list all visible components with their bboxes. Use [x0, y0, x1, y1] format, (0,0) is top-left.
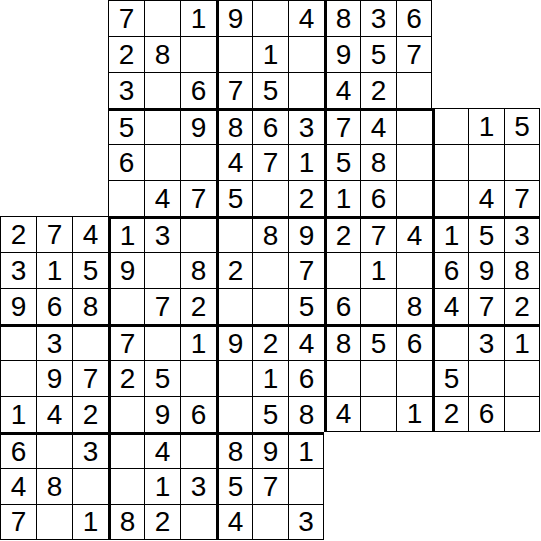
cell-r2-c10[interactable]: 9 [324, 36, 360, 72]
cell-r15-c9[interactable]: 3 [288, 504, 324, 540]
outside-area [468, 504, 504, 540]
cell-r1-c8[interactable] [252, 0, 288, 36]
cell-r5-c10[interactable]: 5 [324, 144, 360, 180]
cell-r13-c1[interactable]: 6 [0, 432, 36, 468]
cell-r4-c5[interactable] [144, 108, 180, 144]
given-digit: 1 [298, 438, 314, 466]
cell-r15-c4[interactable]: 8 [108, 504, 144, 540]
cell-r10-c13[interactable] [432, 324, 468, 360]
cell-r9-c4[interactable] [108, 288, 144, 324]
cell-r8-c12[interactable] [396, 252, 432, 288]
cell-r9-c13[interactable]: 4 [432, 288, 468, 324]
cell-r7-c13[interactable]: 1 [432, 216, 468, 252]
cell-r7-c10[interactable]: 2 [324, 216, 360, 252]
cell-r12-c12[interactable]: 1 [396, 396, 432, 432]
given-digit: 1 [120, 222, 136, 250]
cell-r12-c15[interactable] [504, 396, 540, 432]
given-digit: 5 [228, 185, 244, 213]
outside-area [432, 36, 468, 72]
given-digit: 9 [11, 293, 27, 321]
cell-r9-c15[interactable]: 2 [504, 288, 540, 324]
cell-r11-c10[interactable] [324, 360, 360, 396]
cell-r6-c11[interactable]: 6 [360, 180, 396, 216]
given-digit: 7 [47, 221, 63, 249]
given-digit: 8 [263, 222, 279, 250]
cell-r9-c8[interactable] [252, 288, 288, 324]
cell-r4-c14[interactable]: 1 [468, 108, 504, 144]
given-digit: 9 [228, 330, 244, 358]
given-digit: 7 [263, 149, 279, 177]
cell-r6-c15[interactable]: 7 [504, 180, 540, 216]
cell-r7-c4[interactable]: 1 [108, 216, 144, 252]
cell-r2-c8[interactable]: 1 [252, 36, 288, 72]
cell-r12-c1[interactable]: 1 [0, 396, 36, 432]
cell-r14-c2[interactable]: 8 [36, 468, 72, 504]
cell-r12-c13[interactable]: 2 [432, 396, 468, 432]
cell-r5-c9[interactable]: 1 [288, 144, 324, 180]
cell-r3-c9[interactable] [288, 72, 324, 108]
given-digit: 4 [228, 508, 244, 536]
given-digit: 4 [444, 293, 460, 321]
given-digit: 5 [371, 41, 387, 69]
cell-r8-c2[interactable]: 1 [36, 252, 72, 288]
cell-r14-c5[interactable]: 1 [144, 468, 180, 504]
cell-r8-c7[interactable]: 2 [216, 252, 252, 288]
cell-r12-c6[interactable]: 6 [180, 396, 216, 432]
given-digit: 1 [299, 149, 315, 177]
outside-area [0, 108, 36, 144]
cell-r1-c7[interactable]: 9 [216, 0, 252, 36]
given-digit: 2 [299, 185, 315, 213]
cell-r7-c15[interactable]: 3 [504, 216, 540, 252]
cell-r10-c9[interactable]: 4 [288, 324, 324, 360]
cell-r8-c8[interactable] [252, 252, 288, 288]
cell-r4-c11[interactable]: 4 [360, 108, 396, 144]
cell-r10-c15[interactable]: 1 [504, 324, 540, 360]
given-digit: 8 [407, 293, 423, 321]
cell-r1-c10[interactable]: 8 [324, 0, 360, 36]
outside-area [396, 432, 432, 468]
cell-r9-c6[interactable]: 2 [180, 288, 216, 324]
cell-r7-c8[interactable]: 8 [252, 216, 288, 252]
cell-r11-c11[interactable] [360, 360, 396, 396]
cell-r6-c12[interactable] [396, 180, 432, 216]
cell-r15-c5[interactable]: 2 [144, 504, 180, 540]
cell-r12-c5[interactable]: 9 [144, 396, 180, 432]
given-digit: 4 [47, 401, 63, 429]
cell-r11-c4[interactable]: 2 [108, 360, 144, 396]
cell-r3-c5[interactable] [144, 72, 180, 108]
outside-area [504, 72, 540, 108]
cell-r8-c15[interactable]: 8 [504, 252, 540, 288]
cell-r14-c8[interactable]: 7 [252, 468, 288, 504]
cell-r13-c2[interactable] [36, 432, 72, 468]
given-digit: 8 [336, 5, 352, 33]
given-digit: 7 [119, 5, 135, 33]
given-digit: 7 [120, 330, 136, 358]
given-digit: 4 [299, 330, 315, 358]
cell-r8-c14[interactable]: 9 [468, 252, 504, 288]
given-digit: 6 [406, 5, 422, 33]
given-digit: 1 [263, 365, 279, 393]
given-digit: 3 [298, 508, 314, 536]
given-digit: 8 [228, 114, 244, 142]
cell-r10-c1[interactable] [0, 324, 36, 360]
cell-r4-c6[interactable]: 9 [180, 108, 216, 144]
cell-r10-c6[interactable]: 1 [180, 324, 216, 360]
outside-area [468, 432, 504, 468]
cell-r7-c3[interactable]: 4 [72, 216, 108, 252]
given-digit: 4 [155, 185, 171, 213]
cell-r10-c5[interactable] [144, 324, 180, 360]
cell-r11-c15[interactable] [504, 360, 540, 396]
given-digit: 6 [444, 257, 460, 285]
outside-area [360, 432, 396, 468]
given-digit: 2 [514, 293, 530, 321]
cell-r5-c5[interactable] [144, 144, 180, 180]
outside-area [504, 36, 540, 72]
given-digit: 6 [263, 114, 279, 142]
cell-r4-c9[interactable]: 3 [288, 108, 324, 144]
cell-r3-c6[interactable]: 6 [180, 72, 216, 108]
cell-r1-c4[interactable]: 7 [108, 0, 144, 36]
cell-r3-c7[interactable]: 7 [216, 72, 252, 108]
cell-r12-c3[interactable]: 2 [72, 396, 108, 432]
outside-area [432, 504, 468, 540]
cell-r13-c7[interactable]: 8 [216, 432, 252, 468]
outside-area [0, 144, 36, 180]
cell-r2-c9[interactable] [288, 36, 324, 72]
cell-r4-c15[interactable]: 5 [504, 108, 540, 144]
cell-r8-c4[interactable]: 9 [108, 252, 144, 288]
cell-r14-c7[interactable]: 5 [216, 468, 252, 504]
cell-r2-c4[interactable]: 2 [108, 36, 144, 72]
cell-r10-c4[interactable]: 7 [108, 324, 144, 360]
outside-area [0, 180, 36, 216]
cell-r8-c11[interactable]: 1 [360, 252, 396, 288]
cell-r4-c10[interactable]: 7 [324, 108, 360, 144]
outside-area [396, 468, 432, 504]
given-digit: 1 [263, 41, 279, 69]
cell-r11-c2[interactable]: 9 [36, 360, 72, 396]
cell-r1-c12[interactable]: 6 [396, 0, 432, 36]
cell-r4-c12[interactable] [396, 108, 432, 144]
cell-r4-c13[interactable] [432, 108, 468, 144]
outside-area [468, 0, 504, 36]
cell-r13-c4[interactable] [108, 432, 144, 468]
cell-r12-c9[interactable]: 8 [288, 396, 324, 432]
cell-r6-c6[interactable]: 7 [180, 180, 216, 216]
cell-r15-c3[interactable]: 1 [72, 504, 108, 540]
given-digit: 3 [479, 330, 495, 358]
outside-area [504, 468, 540, 504]
cell-r12-c10[interactable]: 4 [324, 396, 360, 432]
cell-r6-c9[interactable]: 2 [288, 180, 324, 216]
given-digit: 4 [11, 473, 27, 501]
outside-area [36, 108, 72, 144]
cell-r2-c5[interactable]: 8 [144, 36, 180, 72]
outside-area [504, 432, 540, 468]
cell-r4-c7[interactable]: 8 [216, 108, 252, 144]
given-digit: 2 [119, 41, 135, 69]
given-digit: 1 [444, 222, 460, 250]
cell-r7-c12[interactable]: 4 [396, 216, 432, 252]
cell-r5-c11[interactable]: 8 [360, 144, 396, 180]
given-digit: 2 [228, 257, 244, 285]
cell-r8-c5[interactable] [144, 252, 180, 288]
cell-r10-c3[interactable] [72, 324, 108, 360]
cell-r15-c1[interactable]: 7 [0, 504, 36, 540]
cell-r2-c7[interactable] [216, 36, 252, 72]
outside-area [72, 0, 108, 36]
cell-r14-c3[interactable] [72, 468, 108, 504]
cell-r1-c5[interactable] [144, 0, 180, 36]
cell-r13-c6[interactable] [180, 432, 216, 468]
outside-area [468, 468, 504, 504]
given-digit: 2 [83, 401, 99, 429]
cell-r7-c5[interactable]: 3 [144, 216, 180, 252]
outside-area [432, 432, 468, 468]
cell-r3-c10[interactable]: 4 [324, 72, 360, 108]
given-digit: 7 [11, 508, 27, 536]
cell-r10-c2[interactable]: 3 [36, 324, 72, 360]
outside-area [504, 0, 540, 36]
cell-r10-c14[interactable]: 3 [468, 324, 504, 360]
cell-r8-c1[interactable]: 3 [0, 252, 36, 288]
cell-r6-c7[interactable]: 5 [216, 180, 252, 216]
given-digit: 7 [83, 365, 99, 393]
cell-r9-c9[interactable]: 5 [288, 288, 324, 324]
cell-r10-c8[interactable]: 2 [252, 324, 288, 360]
cell-r14-c1[interactable]: 4 [0, 468, 36, 504]
given-digit: 2 [120, 365, 136, 393]
cell-r8-c9[interactable]: 7 [288, 252, 324, 288]
cell-r11-c3[interactable]: 7 [72, 360, 108, 396]
outside-area [72, 180, 108, 216]
given-digit: 9 [299, 222, 315, 250]
given-digit: 4 [336, 400, 352, 428]
given-digit: 3 [155, 222, 171, 250]
cell-r12-c4[interactable] [108, 396, 144, 432]
cell-r14-c4[interactable] [108, 468, 144, 504]
sudoku-board: 7194836281957367542598637415647158475216… [0, 0, 541, 541]
given-digit: 5 [119, 114, 135, 142]
given-digit: 7 [263, 473, 279, 501]
cell-r9-c7[interactable] [216, 288, 252, 324]
given-digit: 9 [336, 41, 352, 69]
cell-r12-c2[interactable]: 4 [36, 396, 72, 432]
cell-r9-c10[interactable]: 6 [324, 288, 360, 324]
cell-r3-c11[interactable]: 2 [360, 72, 396, 108]
cell-r7-c6[interactable] [180, 216, 216, 252]
outside-area [360, 504, 396, 540]
cell-r7-c14[interactable]: 5 [468, 216, 504, 252]
given-digit: 5 [336, 149, 352, 177]
outside-area [36, 36, 72, 72]
cell-r5-c14[interactable] [468, 144, 504, 180]
cell-r8-c6[interactable]: 8 [180, 252, 216, 288]
given-digit: 7 [228, 77, 244, 105]
given-digit: 4 [407, 222, 423, 250]
given-digit: 7 [406, 41, 422, 69]
given-digit: 7 [299, 257, 315, 285]
given-digit: 8 [299, 401, 315, 429]
cell-r7-c2[interactable]: 7 [36, 216, 72, 252]
given-digit: 3 [119, 77, 135, 105]
outside-area [324, 504, 360, 540]
given-digit: 3 [47, 330, 63, 358]
given-digit: 2 [11, 221, 27, 249]
cell-r11-c8[interactable]: 1 [252, 360, 288, 396]
given-digit: 7 [155, 293, 171, 321]
given-digit: 7 [371, 222, 387, 250]
cell-r7-c9[interactable]: 9 [288, 216, 324, 252]
cell-r5-c7[interactable]: 4 [216, 144, 252, 180]
cell-r8-c13[interactable]: 6 [432, 252, 468, 288]
cell-r11-c13[interactable]: 5 [432, 360, 468, 396]
cell-r11-c14[interactable] [468, 360, 504, 396]
cell-r10-c10[interactable]: 8 [324, 324, 360, 360]
cell-r5-c8[interactable]: 7 [252, 144, 288, 180]
given-digit: 3 [11, 257, 27, 285]
cell-r6-c13[interactable] [432, 180, 468, 216]
outside-area [360, 468, 396, 504]
cell-r12-c8[interactable]: 5 [252, 396, 288, 432]
cell-r5-c12[interactable] [396, 144, 432, 180]
cell-r10-c12[interactable]: 6 [396, 324, 432, 360]
cell-r11-c7[interactable] [216, 360, 252, 396]
cell-r12-c14[interactable]: 6 [468, 396, 504, 432]
given-digit: 7 [191, 185, 207, 213]
given-digit: 7 [514, 185, 530, 213]
given-digit: 9 [47, 365, 63, 393]
cell-r6-c14[interactable]: 4 [468, 180, 504, 216]
cell-r15-c7[interactable]: 4 [216, 504, 252, 540]
cell-r9-c5[interactable]: 7 [144, 288, 180, 324]
given-digit: 9 [228, 5, 244, 33]
given-digit: 5 [155, 365, 171, 393]
cell-r11-c5[interactable]: 5 [144, 360, 180, 396]
cell-r3-c8[interactable]: 5 [252, 72, 288, 108]
cell-r11-c6[interactable] [180, 360, 216, 396]
cell-r2-c6[interactable] [180, 36, 216, 72]
given-digit: 2 [155, 508, 171, 536]
cell-r15-c2[interactable] [36, 504, 72, 540]
cell-r5-c6[interactable] [180, 144, 216, 180]
cell-r1-c11[interactable]: 3 [360, 0, 396, 36]
given-digit: 5 [83, 257, 99, 285]
cell-r12-c7[interactable] [216, 396, 252, 432]
outside-area [72, 108, 108, 144]
cell-r9-c1[interactable]: 9 [0, 288, 36, 324]
cell-r2-c11[interactable]: 5 [360, 36, 396, 72]
cell-r3-c12[interactable] [396, 72, 432, 108]
given-digit: 1 [83, 508, 99, 536]
given-digit: 4 [479, 185, 495, 213]
cell-r13-c3[interactable]: 3 [72, 432, 108, 468]
cell-r7-c1[interactable]: 2 [0, 216, 36, 252]
given-digit: 9 [479, 257, 495, 285]
cell-r13-c9[interactable]: 1 [288, 432, 324, 468]
given-digit: 8 [514, 257, 530, 285]
given-digit: 8 [120, 508, 136, 536]
given-digit: 3 [514, 222, 530, 250]
cell-r7-c7[interactable] [216, 216, 252, 252]
given-digit: 2 [263, 330, 279, 358]
cell-r5-c13[interactable] [432, 144, 468, 180]
given-digit: 5 [263, 401, 279, 429]
given-digit: 3 [83, 438, 99, 466]
outside-area [468, 72, 504, 108]
given-digit: 8 [228, 438, 244, 466]
cell-r3-c4[interactable]: 3 [108, 72, 144, 108]
given-digit: 1 [514, 330, 530, 358]
cell-r10-c7[interactable]: 9 [216, 324, 252, 360]
cell-r7-c11[interactable]: 7 [360, 216, 396, 252]
given-digit: 2 [444, 400, 460, 428]
given-digit: 9 [191, 114, 207, 142]
cell-r8-c10[interactable] [324, 252, 360, 288]
cell-r4-c8[interactable]: 6 [252, 108, 288, 144]
cell-r6-c10[interactable]: 1 [324, 180, 360, 216]
outside-area [0, 36, 36, 72]
given-digit: 1 [371, 257, 387, 285]
given-digit: 1 [191, 5, 207, 33]
cell-r6-c5[interactable]: 4 [144, 180, 180, 216]
cell-r14-c6[interactable]: 3 [180, 468, 216, 504]
given-digit: 6 [119, 149, 135, 177]
cell-r5-c4[interactable]: 6 [108, 144, 144, 180]
cell-r14-c9[interactable] [288, 468, 324, 504]
cell-r13-c5[interactable]: 4 [144, 432, 180, 468]
cell-r4-c4[interactable]: 5 [108, 108, 144, 144]
given-digit: 3 [371, 5, 387, 33]
cell-r10-c11[interactable]: 5 [360, 324, 396, 360]
cell-r13-c8[interactable]: 9 [252, 432, 288, 468]
cell-r15-c8[interactable] [252, 504, 288, 540]
cell-r6-c8[interactable] [252, 180, 288, 216]
cell-r9-c3[interactable]: 8 [72, 288, 108, 324]
cell-r11-c1[interactable] [0, 360, 36, 396]
cell-r9-c11[interactable] [360, 288, 396, 324]
cell-r11-c12[interactable] [396, 360, 432, 396]
cell-r5-c15[interactable] [504, 144, 540, 180]
given-digit: 5 [299, 293, 315, 321]
outside-area [504, 504, 540, 540]
outside-area [0, 0, 36, 36]
cell-r8-c3[interactable]: 5 [72, 252, 108, 288]
cell-r2-c12[interactable]: 7 [396, 36, 432, 72]
given-digit: 5 [371, 330, 387, 358]
cell-r1-c9[interactable]: 4 [288, 0, 324, 36]
cell-r9-c14[interactable]: 7 [468, 288, 504, 324]
given-digit: 8 [47, 473, 63, 501]
given-digit: 6 [47, 293, 63, 321]
given-digit: 9 [155, 401, 171, 429]
given-digit: 6 [479, 400, 495, 428]
cell-r1-c6[interactable]: 1 [180, 0, 216, 36]
given-digit: 7 [336, 114, 352, 142]
cell-r15-c6[interactable] [180, 504, 216, 540]
cell-r9-c2[interactable]: 6 [36, 288, 72, 324]
outside-area [36, 0, 72, 36]
cell-r6-c4[interactable] [108, 180, 144, 216]
cell-r12-c11[interactable] [360, 396, 396, 432]
given-digit: 2 [191, 293, 207, 321]
given-digit: 1 [155, 473, 171, 501]
cell-r11-c9[interactable]: 6 [288, 360, 324, 396]
cell-r9-c12[interactable]: 8 [396, 288, 432, 324]
